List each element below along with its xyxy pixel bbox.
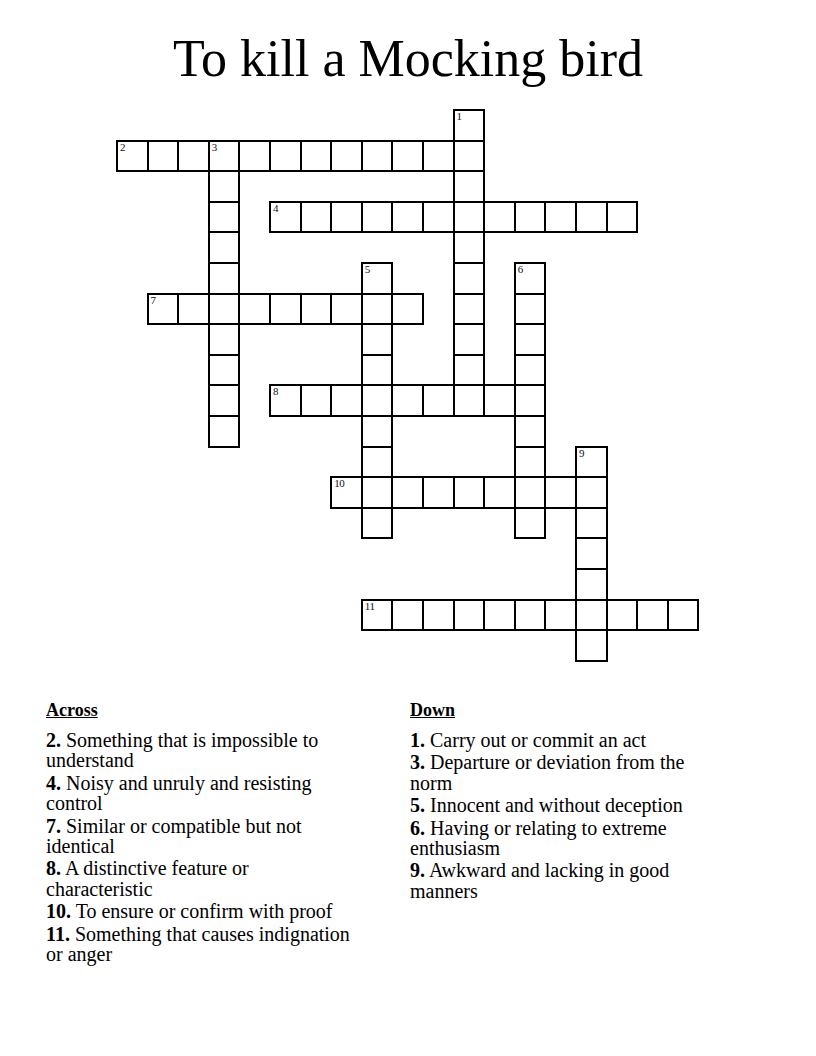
clue-number: 2. <box>46 729 61 751</box>
grid-cell[interactable] <box>208 262 241 295</box>
grid-cell[interactable] <box>208 293 241 326</box>
grid-cell[interactable] <box>391 293 424 326</box>
grid-cell[interactable] <box>514 599 547 632</box>
grid-cell[interactable] <box>422 201 455 234</box>
clue-text: Similar or compatible but not identical <box>46 815 302 857</box>
grid-cell[interactable] <box>453 231 486 264</box>
clue-number: 8. <box>46 857 61 879</box>
grid-cell[interactable] <box>667 599 700 632</box>
grid-cell[interactable] <box>361 507 394 540</box>
grid-cell[interactable] <box>269 293 302 326</box>
crossword-grid: 1234567891011 <box>116 109 700 662</box>
grid-cell[interactable] <box>453 354 486 387</box>
grid-cell[interactable] <box>453 293 486 326</box>
clue-number: 11. <box>46 923 70 945</box>
grid-cell[interactable] <box>391 384 424 417</box>
grid-cell[interactable] <box>361 354 394 387</box>
grid-cell[interactable] <box>453 323 486 356</box>
grid-cell[interactable] <box>208 415 241 448</box>
grid-cell[interactable] <box>514 323 547 356</box>
clue-text: To ensure or confirm with proof <box>76 900 333 922</box>
grid-cell[interactable] <box>422 140 455 173</box>
clue-number: 10. <box>46 900 71 922</box>
grid-cell[interactable] <box>208 354 241 387</box>
grid-cell[interactable]: 1 <box>453 109 486 142</box>
grid-cell[interactable] <box>453 140 486 173</box>
grid-cell[interactable] <box>361 323 394 356</box>
clue-number: 4. <box>46 772 61 794</box>
grid-cell[interactable]: 9 <box>575 446 608 479</box>
clue-item: 10. To ensure or confirm with proof <box>46 901 386 921</box>
cell-number: 3 <box>212 142 217 153</box>
cell-number: 8 <box>273 386 278 397</box>
clue-item: 9. Awkward and lacking in good manners <box>410 860 712 901</box>
grid-cell[interactable] <box>361 293 394 326</box>
clue-item: 3. Departure or deviation from the norm <box>410 752 712 793</box>
grid-cell[interactable] <box>453 262 486 295</box>
clue-number: 1. <box>410 729 425 751</box>
grid-cell[interactable] <box>575 599 608 632</box>
clue-item: 1. Carry out or commit an act <box>410 730 712 750</box>
grid-cell[interactable] <box>544 476 577 509</box>
down-clues-section: Down 1. Carry out or commit an act3. Dep… <box>410 700 712 903</box>
cell-number: 10 <box>334 478 344 489</box>
grid-cell[interactable]: 5 <box>361 262 394 295</box>
grid-cell[interactable]: 2 <box>116 140 149 173</box>
grid-cell[interactable] <box>575 476 608 509</box>
cell-number: 9 <box>579 448 584 459</box>
grid-cell[interactable]: 6 <box>514 262 547 295</box>
grid-cell[interactable] <box>544 201 577 234</box>
grid-cell[interactable] <box>606 599 639 632</box>
clue-number: 7. <box>46 815 61 837</box>
clue-item: 11. Something that causes indignation or… <box>46 924 386 965</box>
across-header: Across <box>46 700 386 721</box>
grid-cell[interactable]: 7 <box>147 293 180 326</box>
grid-cell[interactable] <box>453 476 486 509</box>
grid-cell[interactable] <box>514 354 547 387</box>
grid-cell[interactable] <box>606 201 639 234</box>
grid-cell[interactable] <box>300 201 333 234</box>
grid-cell[interactable]: 11 <box>361 599 394 632</box>
down-clue-list: 1. Carry out or commit an act3. Departur… <box>410 730 712 901</box>
grid-cell[interactable] <box>361 384 394 417</box>
grid-cell[interactable] <box>483 384 516 417</box>
cell-number: 7 <box>151 295 156 306</box>
grid-cell[interactable] <box>330 384 363 417</box>
grid-cell[interactable]: 4 <box>269 201 302 234</box>
clue-item: 2. Something that is impossible to under… <box>46 730 386 771</box>
grid-cell[interactable] <box>514 384 547 417</box>
grid-cell[interactable] <box>361 446 394 479</box>
grid-cell[interactable] <box>300 384 333 417</box>
grid-cell[interactable] <box>300 293 333 326</box>
across-clue-list: 2. Something that is impossible to under… <box>46 730 386 964</box>
grid-cell[interactable] <box>483 201 516 234</box>
grid-cell[interactable] <box>177 140 210 173</box>
clue-text: Something that is impossible to understa… <box>46 729 318 771</box>
grid-cell[interactable] <box>330 293 363 326</box>
grid-cell[interactable] <box>361 140 394 173</box>
grid-cell[interactable] <box>422 476 455 509</box>
grid-cell[interactable] <box>453 384 486 417</box>
grid-cell[interactable] <box>391 476 424 509</box>
grid-cell[interactable] <box>636 599 669 632</box>
grid-cell[interactable] <box>483 599 516 632</box>
grid-cell[interactable] <box>391 201 424 234</box>
grid-cell[interactable] <box>238 293 271 326</box>
clue-text: A distinctive feature or characteristic <box>46 857 249 899</box>
cell-number: 5 <box>365 264 370 275</box>
clue-text: Noisy and unruly and resisting control <box>46 772 312 814</box>
grid-cell[interactable] <box>575 568 608 601</box>
cell-number: 1 <box>457 111 462 122</box>
grid-cell[interactable] <box>208 201 241 234</box>
grid-cell[interactable] <box>147 140 180 173</box>
grid-cell[interactable] <box>361 415 394 448</box>
grid-cell[interactable] <box>544 599 577 632</box>
down-header: Down <box>410 700 712 721</box>
grid-cell[interactable] <box>361 476 394 509</box>
page-title: To kill a Mocking bird <box>0 33 816 85</box>
grid-cell[interactable]: 8 <box>269 384 302 417</box>
grid-cell[interactable] <box>575 537 608 570</box>
clue-text: Something that causes indignation or ang… <box>46 923 350 965</box>
grid-cell[interactable] <box>177 293 210 326</box>
grid-cell[interactable] <box>269 140 302 173</box>
clue-item: 4. Noisy and unruly and resisting contro… <box>46 773 386 814</box>
grid-cell[interactable] <box>361 201 394 234</box>
grid-cell[interactable] <box>453 201 486 234</box>
clue-number: 9. <box>410 859 425 881</box>
grid-cell[interactable] <box>514 415 547 448</box>
grid-cell[interactable] <box>483 476 516 509</box>
grid-cell[interactable] <box>575 507 608 540</box>
grid-cell[interactable]: 3 <box>208 140 241 173</box>
grid-cell[interactable] <box>514 476 547 509</box>
clue-number: 3. <box>410 751 425 773</box>
cell-number: 2 <box>120 142 125 153</box>
clue-item: 7. Similar or compatible but not identic… <box>46 816 386 857</box>
clue-item: 6. Having or relating to extreme enthusi… <box>410 818 712 859</box>
grid-cell[interactable] <box>208 323 241 356</box>
grid-cell[interactable] <box>391 140 424 173</box>
cell-number: 11 <box>365 601 375 612</box>
grid-cell[interactable]: 10 <box>330 476 363 509</box>
grid-cell[interactable] <box>422 384 455 417</box>
grid-cell[interactable] <box>391 599 424 632</box>
grid-cell[interactable] <box>208 384 241 417</box>
clue-item: 8. A distinctive feature or characterist… <box>46 858 386 899</box>
clue-text: Awkward and lacking in good manners <box>410 859 669 901</box>
clue-text: Innocent and without deception <box>430 794 683 816</box>
cell-number: 6 <box>518 264 523 275</box>
grid-cell[interactable] <box>453 599 486 632</box>
grid-cell[interactable] <box>453 170 486 203</box>
cell-number: 4 <box>273 203 278 214</box>
clue-number: 6. <box>410 817 425 839</box>
grid-cell[interactable] <box>575 201 608 234</box>
clue-item: 5. Innocent and without deception <box>410 795 712 815</box>
across-clues-section: Across 2. Something that is impossible t… <box>46 700 386 966</box>
clue-text: Carry out or commit an act <box>430 729 646 751</box>
grid-cell[interactable] <box>514 507 547 540</box>
grid-cell[interactable] <box>514 446 547 479</box>
grid-cell[interactable] <box>330 201 363 234</box>
grid-cell[interactable] <box>514 201 547 234</box>
grid-cell[interactable] <box>422 599 455 632</box>
clue-text: Having or relating to extreme enthusiasm <box>410 817 667 859</box>
grid-cell[interactable] <box>514 293 547 326</box>
grid-cell[interactable] <box>208 170 241 203</box>
grid-cell[interactable] <box>208 231 241 264</box>
grid-cell[interactable] <box>238 140 271 173</box>
clue-text: Departure or deviation from the norm <box>410 751 684 793</box>
clue-number: 5. <box>410 794 425 816</box>
grid-cell[interactable] <box>300 140 333 173</box>
grid-cell[interactable] <box>330 140 363 173</box>
grid-cell[interactable] <box>575 629 608 662</box>
